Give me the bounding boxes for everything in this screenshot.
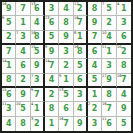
cell-r4c7[interactable]: 6 [88, 45, 102, 59]
cell-r6c4[interactable]: 4 [45, 74, 59, 88]
solution-digit: 3 [106, 62, 112, 70]
cage-sum-label: 9 [31, 88, 33, 92]
cage-sum-label: 15 [2, 88, 7, 92]
cell-r6c5[interactable]: 91 [59, 74, 73, 88]
cell-r5c8[interactable]: 3 [102, 59, 116, 73]
cage-sum-label: 9 [45, 45, 47, 49]
cell-r8c6[interactable]: 4 [74, 102, 88, 116]
cage-sum-label: 7 [31, 74, 33, 78]
solution-digit: 7 [77, 19, 83, 27]
cage-sum-label: 4 [31, 102, 33, 106]
cell-r6c6[interactable]: 6 [74, 74, 88, 88]
cell-r9c9[interactable]: 5 [117, 117, 131, 131]
cell-r2c8[interactable]: 2 [102, 16, 116, 30]
solution-digit: 9 [63, 33, 69, 41]
cage-sum-label: 23 [45, 16, 50, 20]
cell-r6c2[interactable]: 2 [16, 74, 30, 88]
cell-r3c2[interactable]: 73 [16, 31, 30, 45]
solution-digit: 1 [6, 62, 12, 70]
cage-sum-label: 16 [74, 45, 79, 49]
killer-sudoku-board: 1697136341228754195142368167923273188598… [0, 0, 133, 133]
cage-sum-label: 12 [74, 2, 79, 6]
cell-r5c1[interactable]: 141 [2, 59, 16, 73]
solution-digit: 7 [20, 5, 26, 13]
cell-r1c6[interactable]: 122 [74, 2, 88, 16]
solution-digit: 8 [6, 76, 12, 84]
cell-r2c2[interactable]: 1 [16, 16, 30, 30]
cell-r4c1[interactable]: 7 [2, 45, 16, 59]
solution-digit: 9 [106, 76, 112, 84]
cage-sum-label: 7 [102, 2, 104, 6]
cell-r2c3[interactable]: 4 [31, 16, 45, 30]
cage-sum-label: 13 [31, 2, 36, 6]
solution-digit: 6 [121, 33, 127, 41]
solution-digit: 9 [121, 105, 127, 113]
solution-digit: 5 [121, 120, 127, 128]
solution-digit: 6 [63, 105, 69, 113]
solution-digit: 8 [20, 120, 26, 128]
solution-digit: 3 [6, 105, 12, 113]
cell-r5c7[interactable]: 4 [88, 59, 102, 73]
solution-digit: 9 [6, 5, 12, 13]
solution-digit: 8 [106, 91, 112, 99]
solution-digit: 5 [34, 48, 40, 56]
cage-sum-label: 3 [31, 117, 33, 121]
cell-r3c1[interactable]: 2 [2, 31, 16, 45]
cell-r7c5[interactable]: 135 [59, 88, 73, 102]
cell-r7c3[interactable]: 97 [31, 88, 45, 102]
cell-r6c7[interactable]: 5 [88, 74, 102, 88]
solution-digit: 2 [106, 19, 112, 27]
cell-r7c2[interactable]: 9 [16, 88, 30, 102]
solution-digit: 5 [49, 33, 55, 41]
solution-digit: 3 [34, 76, 40, 84]
solution-digit: 9 [20, 91, 26, 99]
cage-sum-label: 16 [2, 2, 7, 6]
cell-r7c4[interactable]: 2 [45, 88, 59, 102]
solution-digit: 1 [34, 105, 40, 113]
cage-sum-label: 10 [16, 102, 21, 106]
cage-sum-label: 17 [102, 74, 107, 78]
solution-digit: 9 [49, 48, 55, 56]
cell-r1c4[interactable]: 3 [45, 2, 59, 16]
cell-r1c7[interactable]: 8 [88, 2, 102, 16]
cell-r2c7[interactable]: 9 [88, 16, 102, 30]
solution-digit: 6 [106, 120, 112, 128]
solution-digit: 2 [63, 62, 69, 70]
cage-sum-label: 10 [117, 45, 122, 49]
solution-digit: 1 [77, 33, 83, 41]
solution-digit: 7 [49, 62, 55, 70]
cell-r8c1[interactable]: 113 [2, 102, 16, 116]
solution-digit: 7 [92, 33, 98, 41]
cell-r2c5[interactable]: 8 [59, 16, 73, 30]
solution-digit: 7 [121, 76, 127, 84]
cell-r3c5[interactable]: 9 [59, 31, 73, 45]
solution-digit: 8 [77, 48, 83, 56]
cage-sum-label: 7 [16, 31, 18, 35]
solution-digit: 8 [49, 105, 55, 113]
solution-digit: 8 [63, 19, 69, 27]
cage-sum-label: 16 [74, 16, 79, 20]
cell-r1c2[interactable]: 7 [16, 2, 30, 16]
cell-r3c8[interactable]: 104 [102, 31, 116, 45]
solution-digit: 5 [77, 62, 83, 70]
cage-sum-label: 14 [2, 59, 7, 63]
cell-r4c5[interactable]: 3 [59, 45, 73, 59]
cage-sum-label: 15 [31, 45, 36, 49]
cell-r1c1[interactable]: 169 [2, 2, 16, 16]
cell-r8c2[interactable]: 105 [16, 102, 30, 116]
cell-r8c7[interactable]: 22 [88, 102, 102, 116]
cell-r1c5[interactable]: 4 [59, 2, 73, 16]
solution-digit: 8 [92, 5, 98, 13]
cage-sum-label: 16 [102, 102, 107, 106]
cell-r5c3[interactable]: 9 [31, 59, 45, 73]
cell-r8c5[interactable]: 6 [59, 102, 73, 116]
cell-r7c1[interactable]: 156 [2, 88, 16, 102]
solution-digit: 1 [121, 5, 127, 13]
solution-digit: 2 [92, 105, 98, 113]
solution-digit: 6 [77, 76, 83, 84]
solution-digit: 8 [121, 62, 127, 70]
solution-digit: 9 [92, 19, 98, 27]
cage-sum-label: 16 [59, 117, 64, 121]
cell-r2c4[interactable]: 236 [45, 16, 59, 30]
cell-r6c1[interactable]: 8 [2, 74, 16, 88]
cell-r3c7[interactable]: 7 [88, 31, 102, 45]
cell-r8c4[interactable]: 8 [45, 102, 59, 116]
solution-digit: 1 [92, 91, 98, 99]
solution-digit: 1 [106, 48, 112, 56]
solution-digit: 1 [63, 76, 69, 84]
solution-digit: 2 [20, 76, 26, 84]
cage-sum-label: 11 [102, 45, 107, 49]
cell-r5c2[interactable]: 6 [16, 59, 30, 73]
solution-digit: 3 [63, 48, 69, 56]
solution-digit: 3 [20, 33, 26, 41]
cell-r4c9[interactable]: 102 [117, 45, 131, 59]
cell-r9c7[interactable]: 3 [88, 117, 102, 131]
cell-r4c2[interactable]: 4 [16, 45, 30, 59]
solution-digit: 6 [49, 19, 55, 27]
cell-r2c9[interactable]: 3 [117, 16, 131, 30]
cell-r9c6[interactable]: 9 [74, 117, 88, 131]
cell-r2c1[interactable]: 95 [2, 16, 16, 30]
cell-r1c8[interactable]: 75 [102, 2, 116, 16]
solution-digit: 3 [121, 19, 127, 27]
cell-r7c7[interactable]: 1 [88, 88, 102, 102]
solution-digit: 4 [106, 33, 112, 41]
solution-digit: 7 [63, 120, 69, 128]
cell-r6c8[interactable]: 179 [102, 74, 116, 88]
cage-sum-label: 18 [31, 31, 36, 35]
solution-digit: 9 [34, 62, 40, 70]
solution-digit: 2 [34, 120, 40, 128]
cage-sum-label: 9 [2, 16, 4, 20]
solution-digit: 2 [6, 33, 12, 41]
cell-r3c3[interactable]: 188 [31, 31, 45, 45]
cell-r1c9[interactable]: 41 [117, 2, 131, 16]
solution-digit: 9 [77, 120, 83, 128]
solution-digit: 4 [49, 76, 55, 84]
cage-sum-label: 9 [59, 74, 61, 78]
cell-r5c9[interactable]: 8 [117, 59, 131, 73]
cell-r4c4[interactable]: 99 [45, 45, 59, 59]
solution-digit: 5 [106, 5, 112, 13]
cell-r4c8[interactable]: 111 [102, 45, 116, 59]
solution-digit: 4 [34, 19, 40, 27]
cage-sum-label: 8 [74, 31, 76, 35]
solution-digit: 6 [92, 48, 98, 56]
solution-digit: 3 [77, 91, 83, 99]
cell-r2c6[interactable]: 167 [74, 16, 88, 30]
cell-r1c3[interactable]: 136 [31, 2, 45, 16]
cell-r7c8[interactable]: 8 [102, 88, 116, 102]
cell-r5c6[interactable]: 5 [74, 59, 88, 73]
solution-digit: 7 [34, 91, 40, 99]
solution-digit: 2 [121, 48, 127, 56]
cage-sum-label: 10 [102, 31, 107, 35]
cage-sum-label: 16 [117, 74, 122, 78]
solution-digit: 3 [92, 120, 98, 128]
cell-r8c8[interactable]: 167 [102, 102, 116, 116]
cage-sum-label: 11 [102, 117, 107, 121]
cage-sum-label: 2 [88, 102, 90, 106]
solution-digit: 6 [6, 91, 12, 99]
cell-r9c2[interactable]: 8 [16, 117, 30, 131]
solution-digit: 1 [20, 19, 26, 27]
cell-r8c3[interactable]: 41 [31, 102, 45, 116]
cell-r6c9[interactable]: 167 [117, 74, 131, 88]
cell-r5c4[interactable]: 147 [45, 59, 59, 73]
cell-r8c9[interactable]: 9 [117, 102, 131, 116]
cell-r9c1[interactable]: 4 [2, 117, 16, 131]
solution-digit: 7 [106, 105, 112, 113]
solution-digit: 6 [34, 5, 40, 13]
cell-r9c4[interactable]: 1 [45, 117, 59, 131]
cell-r7c9[interactable]: 4 [117, 88, 131, 102]
cell-r3c6[interactable]: 81 [74, 31, 88, 45]
cage-sum-label: 11 [2, 102, 7, 106]
cell-r5c5[interactable]: 2 [59, 59, 73, 73]
cell-r3c4[interactable]: 5 [45, 31, 59, 45]
cage-sum-label: 14 [45, 59, 50, 63]
solution-digit: 4 [63, 5, 69, 13]
solution-digit: 7 [6, 48, 12, 56]
solution-digit: 5 [92, 76, 98, 84]
solution-digit: 5 [63, 91, 69, 99]
cell-r9c8[interactable]: 116 [102, 117, 116, 131]
cage-sum-label: 13 [59, 88, 64, 92]
solution-digit: 1 [49, 120, 55, 128]
cage-sum-label: 4 [117, 2, 119, 6]
solution-digit: 4 [6, 120, 12, 128]
solution-digit: 4 [121, 91, 127, 99]
solution-digit: 4 [77, 105, 83, 113]
cell-r7c6[interactable]: 3 [74, 88, 88, 102]
solution-digit: 4 [20, 48, 26, 56]
cell-r3c9[interactable]: 6 [117, 31, 131, 45]
solution-digit: 5 [6, 19, 12, 27]
solution-digit: 4 [92, 62, 98, 70]
cell-r9c5[interactable]: 167 [59, 117, 73, 131]
solution-digit: 2 [49, 91, 55, 99]
solution-digit: 2 [77, 5, 83, 13]
cell-r4c3[interactable]: 155 [31, 45, 45, 59]
solution-digit: 3 [49, 5, 55, 13]
cell-r9c3[interactable]: 32 [31, 117, 45, 131]
cell-r6c3[interactable]: 73 [31, 74, 45, 88]
cell-r4c6[interactable]: 168 [74, 45, 88, 59]
solution-digit: 6 [20, 62, 26, 70]
solution-digit: 5 [20, 105, 26, 113]
